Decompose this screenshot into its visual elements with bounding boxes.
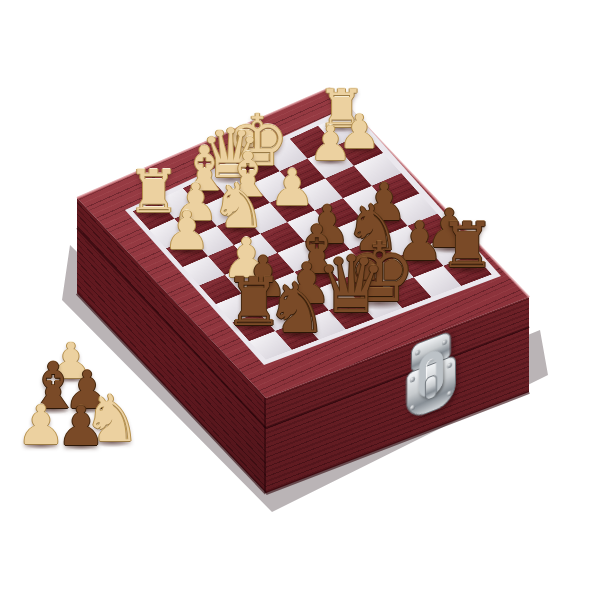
chess-piece-wP-g7[interactable]: ♟	[309, 120, 352, 168]
product-photo-scene: ♜♝♛♚♜♟♝♟♟♟♞♟♟♟♟♟♝♞♜♟♟♟♞♛♚♜ ♟♝♟♟♟♞	[0, 0, 600, 600]
chess-piece-wP-a6[interactable]: ♟	[163, 205, 211, 258]
captured-piece-bP-4[interactable]: ♟	[57, 399, 106, 454]
chess-piece-bN-b1[interactable]: ♞	[266, 274, 328, 343]
chess-piece-bR-h1[interactable]: ♜	[439, 215, 495, 278]
